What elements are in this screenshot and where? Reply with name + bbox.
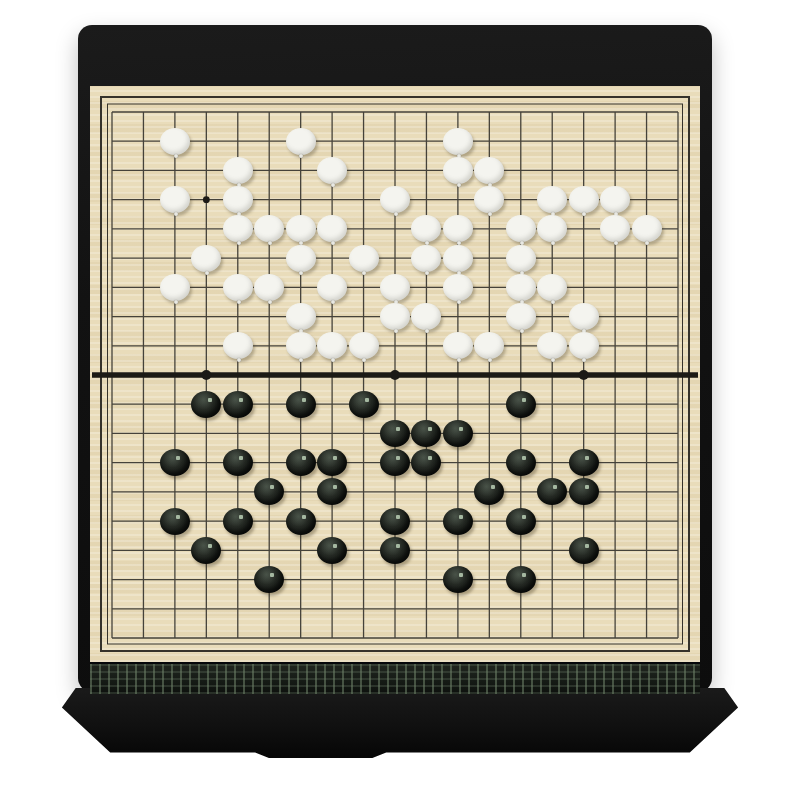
black-stone[interactable] [506, 391, 536, 418]
white-stone[interactable] [506, 245, 536, 272]
black-stone[interactable] [223, 508, 253, 535]
white-stone[interactable] [286, 332, 316, 359]
white-stone[interactable] [569, 332, 599, 359]
black-stone[interactable] [569, 449, 599, 476]
white-stone[interactable] [223, 157, 253, 184]
white-stone[interactable] [349, 245, 379, 272]
product-photo-stage [0, 0, 800, 800]
white-stone[interactable] [317, 274, 347, 301]
white-stone[interactable] [286, 215, 316, 242]
black-stone[interactable] [223, 449, 253, 476]
black-stone[interactable] [443, 508, 473, 535]
star-point [579, 370, 589, 380]
white-stone[interactable] [569, 303, 599, 330]
white-stone[interactable] [380, 303, 410, 330]
white-stone[interactable] [160, 128, 190, 155]
white-stone[interactable] [506, 303, 536, 330]
black-stone[interactable] [160, 508, 190, 535]
black-stone[interactable] [443, 566, 473, 593]
white-stone[interactable] [286, 303, 316, 330]
black-stone[interactable] [443, 420, 473, 447]
black-stone[interactable] [506, 566, 536, 593]
black-stone[interactable] [191, 391, 221, 418]
white-stone[interactable] [443, 157, 473, 184]
white-stone[interactable] [160, 274, 190, 301]
board-grid [0, 0, 800, 800]
white-stone[interactable] [223, 332, 253, 359]
white-stone[interactable] [569, 186, 599, 213]
white-stone[interactable] [191, 245, 221, 272]
white-stone[interactable] [506, 215, 536, 242]
black-stone[interactable] [317, 537, 347, 564]
black-stone[interactable] [160, 449, 190, 476]
star-point [203, 196, 210, 203]
white-stone[interactable] [443, 128, 473, 155]
star-point [201, 370, 211, 380]
star-point [390, 370, 400, 380]
white-stone[interactable] [380, 274, 410, 301]
black-stone[interactable] [380, 508, 410, 535]
white-stone[interactable] [443, 332, 473, 359]
black-stone[interactable] [286, 449, 316, 476]
black-stone[interactable] [223, 391, 253, 418]
white-stone[interactable] [254, 274, 284, 301]
black-stone[interactable] [191, 537, 221, 564]
white-stone[interactable] [286, 245, 316, 272]
black-stone[interactable] [349, 391, 379, 418]
black-stone[interactable] [286, 508, 316, 535]
white-stone[interactable] [443, 274, 473, 301]
black-stone[interactable] [569, 478, 599, 505]
black-stone[interactable] [569, 537, 599, 564]
white-stone[interactable] [223, 274, 253, 301]
white-stone[interactable] [349, 332, 379, 359]
black-stone[interactable] [506, 449, 536, 476]
white-stone[interactable] [380, 186, 410, 213]
black-stone[interactable] [380, 420, 410, 447]
white-stone[interactable] [443, 245, 473, 272]
white-stone[interactable] [286, 128, 316, 155]
white-stone[interactable] [506, 274, 536, 301]
white-stone[interactable] [317, 157, 347, 184]
black-stone[interactable] [380, 449, 410, 476]
black-stone[interactable] [380, 537, 410, 564]
white-stone[interactable] [537, 274, 567, 301]
black-stone[interactable] [506, 508, 536, 535]
white-stone[interactable] [160, 186, 190, 213]
black-stone[interactable] [286, 391, 316, 418]
white-stone[interactable] [223, 215, 253, 242]
white-stone[interactable] [411, 245, 441, 272]
white-stone[interactable] [632, 215, 662, 242]
white-stone[interactable] [223, 186, 253, 213]
